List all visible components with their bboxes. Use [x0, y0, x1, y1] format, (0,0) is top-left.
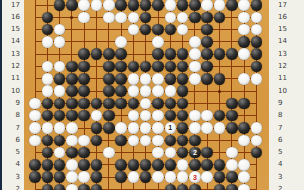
stone-black: [78, 159, 90, 171]
stone-white-move-1: 1: [165, 122, 177, 134]
row-label-left-5: 5: [0, 148, 20, 157]
stone-black: [189, 0, 201, 11]
stone-black: [165, 135, 177, 147]
row-label-right-12: 12: [278, 62, 302, 71]
stone-black: [152, 61, 164, 73]
stone-black: [201, 61, 213, 73]
stone-white: [201, 110, 213, 122]
star-point: [70, 16, 73, 19]
stone-white: [140, 98, 152, 110]
stone-white: [128, 135, 140, 147]
stone-white: [140, 85, 152, 97]
stone-black: [152, 24, 164, 36]
stone-black: [165, 98, 177, 110]
stone-white: [152, 73, 164, 85]
stone-black: [78, 184, 90, 190]
stone-black-move-2: 2: [189, 147, 201, 159]
stone-black: [201, 73, 213, 85]
stone-white: [152, 171, 164, 183]
row-label-left-11: 11: [0, 74, 20, 83]
stone-black: [115, 159, 127, 171]
stone-white: [115, 122, 127, 134]
stone-black: [42, 147, 54, 159]
stone-black: [78, 110, 90, 122]
stone-black: [214, 73, 226, 85]
stone-white: [128, 12, 140, 24]
stone-black: [214, 159, 226, 171]
go-board[interactable]: 123: [24, 0, 269, 190]
stone-black: [177, 135, 189, 147]
stone-white: [238, 48, 250, 60]
stone-black: [103, 85, 115, 97]
row-label-left-6: 6: [0, 136, 20, 145]
stone-black: [78, 98, 90, 110]
stone-black: [29, 171, 41, 183]
stone-white: [251, 122, 263, 134]
stone-black: [29, 159, 41, 171]
stone-black: [91, 98, 103, 110]
stone-white: [29, 110, 41, 122]
stone-white: [177, 24, 189, 36]
stone-white: [201, 171, 213, 183]
row-label-left-8: 8: [0, 111, 20, 120]
stone-black: [165, 110, 177, 122]
left-coordinate-strip: 171615141312111098765432: [0, 0, 24, 190]
stone-black: [115, 135, 127, 147]
stone-black: [103, 122, 115, 134]
stone-black: [177, 147, 189, 159]
stone-black: [140, 12, 152, 24]
stone-black: [251, 147, 263, 159]
stone-white: [238, 73, 250, 85]
stone-black: [214, 48, 226, 60]
stone-white: [115, 12, 127, 24]
stone-white: [66, 171, 78, 183]
stone-white: [189, 73, 201, 85]
stone-white: [66, 184, 78, 190]
stone-black: [201, 159, 213, 171]
stone-white: [29, 98, 41, 110]
stone-black: [226, 48, 238, 60]
stone-black: [201, 12, 213, 24]
stone-black: [115, 48, 127, 60]
stone-black: [177, 98, 189, 110]
stone-black: [165, 24, 177, 36]
stone-black: [115, 85, 127, 97]
stone-black: [66, 110, 78, 122]
stone-white: [238, 159, 250, 171]
stone-black: [226, 122, 238, 134]
stone-black: [140, 159, 152, 171]
stone-white: [91, 110, 103, 122]
stone-white: [140, 135, 152, 147]
stone-white: [152, 85, 164, 97]
stone-white: [238, 184, 250, 190]
stone-white: [214, 0, 226, 11]
stone-black: [152, 48, 164, 60]
stone-white: [165, 12, 177, 24]
stone-black: [189, 184, 201, 190]
row-label-left-14: 14: [0, 37, 20, 46]
stone-white: [128, 171, 140, 183]
stone-white: [189, 110, 201, 122]
stone-white: [238, 0, 250, 11]
stone-white: [189, 48, 201, 60]
stone-black: [226, 171, 238, 183]
stone-white: [42, 122, 54, 134]
stone-white: [238, 171, 250, 183]
row-label-right-3: 3: [278, 173, 302, 182]
stone-white-move-3: 3: [189, 171, 201, 183]
row-label-left-17: 17: [0, 1, 20, 10]
stone-white: [66, 159, 78, 171]
stone-black: [177, 61, 189, 73]
stone-black: [115, 0, 127, 11]
row-label-left-3: 3: [0, 173, 20, 182]
row-label-left-2: 2: [0, 185, 20, 190]
stone-white: [226, 147, 238, 159]
stone-black: [177, 73, 189, 85]
stone-white: [78, 135, 90, 147]
stone-black: [238, 122, 250, 134]
stone-black: [128, 61, 140, 73]
stone-black: [66, 0, 78, 11]
stone-white: [128, 24, 140, 36]
stone-white: [115, 36, 127, 48]
stone-black: [91, 48, 103, 60]
stone-black: [42, 135, 54, 147]
stone-black: [177, 85, 189, 97]
stone-black: [251, 48, 263, 60]
stone-black: [42, 159, 54, 171]
row-label-right-4: 4: [278, 160, 302, 169]
row-label-left-7: 7: [0, 124, 20, 133]
stone-black: [177, 48, 189, 60]
stone-white: [54, 36, 66, 48]
stone-white: [42, 61, 54, 73]
stone-black: [42, 110, 54, 122]
row-label-right-8: 8: [278, 111, 302, 120]
stone-black: [165, 48, 177, 60]
window-edge-line: [0, 0, 2, 190]
stone-white: [165, 0, 177, 11]
stone-black: [66, 73, 78, 85]
stone-black: [54, 159, 66, 171]
stone-black: [214, 184, 226, 190]
row-label-left-13: 13: [0, 50, 20, 59]
stone-black: [128, 159, 140, 171]
stone-white: [165, 147, 177, 159]
stone-black: [201, 24, 213, 36]
stone-white: [152, 122, 164, 134]
stone-black: [115, 171, 127, 183]
stone-black: [66, 85, 78, 97]
row-label-left-16: 16: [0, 13, 20, 22]
stone-black: [78, 61, 90, 73]
stone-white: [201, 0, 213, 11]
stone-black: [226, 0, 238, 11]
stone-black: [103, 98, 115, 110]
stone-white: [189, 36, 201, 48]
stone-white: [165, 85, 177, 97]
stone-white: [128, 73, 140, 85]
stone-white: [177, 171, 189, 183]
stone-white: [78, 0, 90, 11]
stone-black: [54, 110, 66, 122]
stone-black: [103, 110, 115, 122]
stone-white: [78, 12, 90, 24]
stone-black: [91, 184, 103, 190]
stone-white: [152, 147, 164, 159]
stone-black: [201, 147, 213, 159]
stone-black: [78, 147, 90, 159]
stone-white: [128, 85, 140, 97]
stone-black: [42, 98, 54, 110]
row-label-right-10: 10: [278, 87, 302, 96]
stone-black: [226, 110, 238, 122]
stone-white: [54, 147, 66, 159]
row-label-right-15: 15: [278, 25, 302, 34]
row-label-right-16: 16: [278, 13, 302, 22]
stone-black: [201, 36, 213, 48]
stone-white: [152, 110, 164, 122]
right-coordinate-strip: 171615141312111098765432: [269, 0, 304, 190]
stone-black: [177, 110, 189, 122]
row-label-right-5: 5: [278, 148, 302, 157]
stone-black: [115, 98, 127, 110]
stone-white: [78, 171, 90, 183]
stone-black: [115, 61, 127, 73]
stone-black: [189, 159, 201, 171]
stone-white: [128, 122, 140, 134]
stone-black: [251, 0, 263, 11]
stone-black: [140, 0, 152, 11]
row-label-right-11: 11: [278, 74, 302, 83]
stone-black: [103, 61, 115, 73]
stone-white: [54, 122, 66, 134]
stone-black: [128, 98, 140, 110]
stone-black: [54, 171, 66, 183]
stone-white: [54, 61, 66, 73]
stone-white: [238, 135, 250, 147]
stone-white: [66, 122, 78, 134]
stone-black: [91, 135, 103, 147]
stone-black: [54, 184, 66, 190]
stone-white: [91, 0, 103, 11]
stone-white: [29, 135, 41, 147]
stone-black: [66, 147, 78, 159]
stone-white: [177, 12, 189, 24]
stone-white: [103, 147, 115, 159]
stone-white: [152, 135, 164, 147]
stone-white: [238, 24, 250, 36]
stone-white: [128, 110, 140, 122]
row-label-right-6: 6: [278, 136, 302, 145]
stone-white: [66, 135, 78, 147]
row-label-left-12: 12: [0, 62, 20, 71]
stone-black: [54, 0, 66, 11]
stone-black: [91, 159, 103, 171]
stone-black: [189, 135, 201, 147]
stone-white: [152, 36, 164, 48]
stone-black: [152, 98, 164, 110]
stone-black: [66, 61, 78, 73]
stone-black: [214, 12, 226, 24]
stone-black: [103, 73, 115, 85]
stone-black: [128, 0, 140, 11]
stone-black: [140, 24, 152, 36]
stone-black: [201, 48, 213, 60]
stone-white: [238, 12, 250, 24]
stone-white: [42, 73, 54, 85]
stone-white: [42, 85, 54, 97]
row-label-right-9: 9: [278, 99, 302, 108]
stone-black: [226, 184, 238, 190]
stone-white: [201, 122, 213, 134]
stone-white: [140, 73, 152, 85]
stone-black: [78, 73, 90, 85]
stone-black: [251, 61, 263, 73]
move-number-label: 2: [193, 149, 197, 156]
stone-black: [78, 85, 90, 97]
move-number-label: 1: [168, 124, 172, 131]
row-label-right-14: 14: [278, 37, 302, 46]
stone-black: [42, 171, 54, 183]
row-label-right-17: 17: [278, 1, 302, 10]
stone-black: [214, 171, 226, 183]
stone-white: [54, 24, 66, 36]
stone-black: [42, 24, 54, 36]
stone-black: [165, 159, 177, 171]
stone-black: [91, 171, 103, 183]
row-label-left-4: 4: [0, 160, 20, 169]
stone-black: [140, 61, 152, 73]
stone-black: [251, 36, 263, 48]
stone-black: [103, 48, 115, 60]
stone-black: [115, 73, 127, 85]
stone-white: [140, 122, 152, 134]
stone-black: [152, 0, 164, 11]
stone-black: [165, 184, 177, 190]
stone-black: [54, 135, 66, 147]
stone-white: [54, 85, 66, 97]
stone-black: [42, 184, 54, 190]
stone-black: [42, 12, 54, 24]
row-label-right-13: 13: [278, 50, 302, 59]
row-label-left-15: 15: [0, 25, 20, 34]
stone-white: [251, 24, 263, 36]
stone-white: [189, 61, 201, 73]
stone-white: [29, 122, 41, 134]
stone-white: [165, 171, 177, 183]
stone-black: [54, 73, 66, 85]
row-label-left-9: 9: [0, 99, 20, 108]
stone-white: [226, 159, 238, 171]
move-number-label: 3: [193, 174, 197, 181]
stone-black: [238, 36, 250, 48]
stone-white: [251, 135, 263, 147]
stone-white: [251, 12, 263, 24]
stone-black: [177, 184, 189, 190]
stone-black: [54, 98, 66, 110]
stone-white: [140, 110, 152, 122]
row-label-right-2: 2: [278, 185, 302, 190]
stone-black: [226, 98, 238, 110]
go-board-screenshot: 123 171615141312111098765432 17161514131…: [0, 0, 304, 190]
stone-black: [214, 110, 226, 122]
stone-black: [238, 98, 250, 110]
stone-white: [103, 12, 115, 24]
star-point: [218, 90, 221, 93]
stone-black: [78, 48, 90, 60]
row-label-right-7: 7: [278, 124, 302, 133]
stone-black: [66, 98, 78, 110]
stone-black: [165, 61, 177, 73]
stone-black: [177, 122, 189, 134]
stone-black: [165, 73, 177, 85]
grid-line-horizontal: [35, 41, 256, 42]
stone-black: [189, 12, 201, 24]
stone-white: [251, 73, 263, 85]
stone-white: [214, 122, 226, 134]
stone-black: [91, 122, 103, 134]
stone-white: [177, 159, 189, 171]
stone-black: [140, 171, 152, 183]
stone-black: [152, 159, 164, 171]
row-label-left-10: 10: [0, 87, 20, 96]
stone-white: [103, 0, 115, 11]
stone-white: [189, 122, 201, 134]
stone-white: [42, 36, 54, 48]
stone-black: [177, 0, 189, 11]
